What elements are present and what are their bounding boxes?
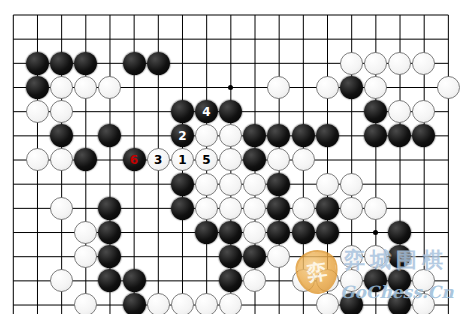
black-stone[interactable] — [267, 124, 290, 147]
move-number-5: 5 — [202, 153, 210, 165]
white-stone[interactable] — [340, 52, 363, 75]
black-stone[interactable] — [50, 52, 73, 75]
go-board-diagram: 426315 弈 弈城围棋 GoChess.Cn — [0, 0, 465, 314]
black-stone[interactable] — [292, 124, 315, 147]
white-stone[interactable] — [316, 76, 339, 99]
black-stone[interactable] — [219, 100, 242, 123]
black-stone[interactable] — [340, 76, 363, 99]
white-stone[interactable] — [412, 293, 435, 314]
white-stone[interactable] — [388, 100, 411, 123]
white-stone[interactable] — [340, 197, 363, 220]
white-stone[interactable] — [267, 76, 290, 99]
black-stone[interactable] — [243, 124, 266, 147]
black-stone[interactable] — [243, 245, 266, 268]
white-stone[interactable] — [219, 124, 242, 147]
black-stone[interactable] — [26, 52, 49, 75]
black-stone[interactable] — [74, 52, 97, 75]
black-stone[interactable] — [219, 269, 242, 292]
white-stone[interactable] — [50, 269, 73, 292]
black-stone[interactable] — [388, 293, 411, 314]
white-stone[interactable]: 3 — [147, 148, 170, 171]
white-stone[interactable] — [364, 197, 387, 220]
black-stone[interactable] — [123, 269, 146, 292]
black-stone[interactable]: 4 — [195, 100, 218, 123]
white-stone[interactable] — [74, 76, 97, 99]
white-stone[interactable] — [195, 293, 218, 314]
star-point — [228, 85, 233, 90]
black-stone[interactable] — [123, 52, 146, 75]
white-stone[interactable] — [147, 293, 170, 314]
black-stone[interactable] — [219, 245, 242, 268]
move-number-2: 2 — [178, 129, 186, 141]
white-stone[interactable] — [74, 221, 97, 244]
black-stone[interactable] — [243, 148, 266, 171]
black-stone[interactable] — [388, 221, 411, 244]
black-stone[interactable] — [123, 293, 146, 314]
black-stone[interactable] — [98, 269, 121, 292]
white-stone[interactable] — [267, 245, 290, 268]
black-stone[interactable] — [98, 197, 121, 220]
black-stone[interactable] — [267, 173, 290, 196]
white-stone[interactable] — [50, 76, 73, 99]
white-stone[interactable] — [340, 269, 363, 292]
white-stone[interactable] — [195, 197, 218, 220]
black-stone[interactable] — [195, 221, 218, 244]
black-stone[interactable] — [147, 52, 170, 75]
white-stone[interactable] — [50, 197, 73, 220]
white-stone[interactable] — [171, 293, 194, 314]
white-stone[interactable] — [195, 173, 218, 196]
move-number-6: 6 — [130, 153, 138, 165]
black-stone[interactable] — [171, 197, 194, 220]
black-stone[interactable] — [316, 221, 339, 244]
black-stone[interactable] — [171, 173, 194, 196]
black-stone[interactable] — [98, 124, 121, 147]
white-stone[interactable] — [195, 124, 218, 147]
black-stone[interactable] — [50, 124, 73, 147]
black-stone[interactable] — [388, 245, 411, 268]
black-stone[interactable] — [364, 124, 387, 147]
black-stone[interactable] — [26, 76, 49, 99]
white-stone[interactable] — [243, 221, 266, 244]
white-stone[interactable] — [412, 52, 435, 75]
white-stone[interactable] — [292, 148, 315, 171]
white-stone[interactable] — [267, 148, 290, 171]
white-stone[interactable]: 1 — [171, 148, 194, 171]
black-stone[interactable] — [219, 221, 242, 244]
black-stone[interactable] — [388, 124, 411, 147]
black-stone[interactable] — [340, 293, 363, 314]
black-stone[interactable] — [412, 124, 435, 147]
white-stone[interactable] — [340, 245, 363, 268]
black-stone[interactable] — [267, 197, 290, 220]
black-stone[interactable] — [74, 148, 97, 171]
white-stone[interactable] — [74, 245, 97, 268]
white-stone[interactable] — [243, 173, 266, 196]
black-stone[interactable] — [316, 124, 339, 147]
white-stone[interactable] — [364, 76, 387, 99]
white-stone[interactable] — [316, 269, 339, 292]
white-stone[interactable] — [292, 197, 315, 220]
white-stone[interactable] — [316, 293, 339, 314]
white-stone[interactable] — [26, 100, 49, 123]
star-point — [373, 230, 378, 235]
black-stone[interactable]: 6 — [123, 148, 146, 171]
black-stone[interactable] — [292, 221, 315, 244]
white-stone[interactable] — [219, 148, 242, 171]
white-stone[interactable] — [98, 76, 121, 99]
white-stone[interactable] — [340, 173, 363, 196]
white-stone[interactable] — [243, 269, 266, 292]
white-stone[interactable] — [316, 173, 339, 196]
black-stone[interactable] — [364, 100, 387, 123]
black-stone[interactable] — [316, 197, 339, 220]
white-stone[interactable] — [412, 269, 435, 292]
black-stone[interactable] — [388, 269, 411, 292]
black-stone[interactable] — [171, 100, 194, 123]
white-stone[interactable] — [26, 148, 49, 171]
move-number-1: 1 — [178, 153, 186, 165]
white-stone[interactable] — [50, 148, 73, 171]
white-stone[interactable] — [292, 269, 315, 292]
white-stone[interactable] — [50, 100, 73, 123]
black-stone[interactable] — [98, 221, 121, 244]
white-stone[interactable] — [437, 76, 460, 99]
move-number-3: 3 — [154, 153, 162, 165]
black-stone[interactable] — [364, 269, 387, 292]
move-number-4: 4 — [202, 105, 210, 117]
black-stone[interactable] — [98, 245, 121, 268]
black-stone[interactable]: 2 — [171, 124, 194, 147]
white-stone[interactable] — [219, 197, 242, 220]
white-stone[interactable] — [364, 52, 387, 75]
white-stone[interactable]: 5 — [195, 148, 218, 171]
white-stone[interactable] — [364, 245, 387, 268]
white-stone[interactable] — [388, 52, 411, 75]
black-stone[interactable] — [267, 221, 290, 244]
white-stone[interactable] — [74, 293, 97, 314]
go-board[interactable]: 426315 — [1, 3, 460, 314]
white-stone[interactable] — [219, 293, 242, 314]
white-stone[interactable] — [243, 197, 266, 220]
white-stone[interactable] — [412, 100, 435, 123]
white-stone[interactable] — [219, 173, 242, 196]
